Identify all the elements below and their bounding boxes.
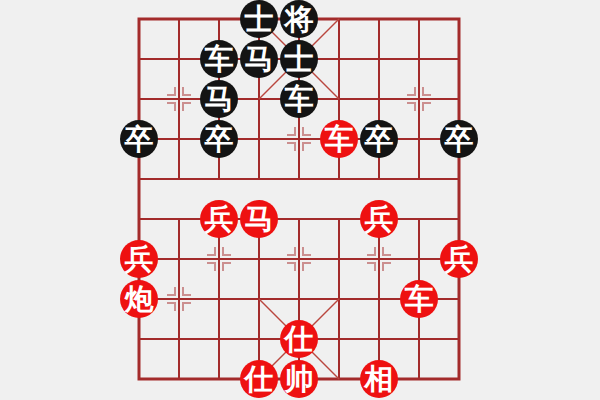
red-cannon[interactable]: 炮: [120, 280, 158, 318]
black-soldier[interactable]: 卒: [120, 120, 158, 158]
black-soldier[interactable]: 卒: [200, 120, 238, 158]
red-soldier[interactable]: 兵: [360, 200, 398, 238]
black-horse[interactable]: 马: [200, 80, 238, 118]
black-advisor[interactable]: 士: [280, 40, 318, 78]
black-soldier[interactable]: 卒: [440, 120, 478, 158]
black-chariot[interactable]: 车: [280, 80, 318, 118]
black-chariot[interactable]: 车: [200, 40, 238, 78]
red-advisor[interactable]: 仕: [280, 320, 318, 358]
red-horse[interactable]: 马: [240, 200, 278, 238]
black-soldier[interactable]: 卒: [360, 120, 398, 158]
black-general[interactable]: 将: [280, 0, 318, 38]
red-elephant[interactable]: 相: [360, 360, 398, 398]
pieces-layer: 士将车马士马车卒卒车卒卒兵马兵兵兵炮车仕仕帅相: [119, 0, 479, 399]
black-advisor[interactable]: 士: [240, 0, 278, 38]
xiangqi-board: 士将车马士马车卒卒车卒卒兵马兵兵兵炮车仕仕帅相: [0, 0, 600, 400]
red-chariot[interactable]: 车: [320, 120, 358, 158]
red-soldier[interactable]: 兵: [120, 240, 158, 278]
red-advisor[interactable]: 仕: [240, 360, 278, 398]
red-general[interactable]: 帅: [280, 360, 318, 398]
red-soldier[interactable]: 兵: [200, 200, 238, 238]
red-chariot[interactable]: 车: [400, 280, 438, 318]
black-horse[interactable]: 马: [240, 40, 278, 78]
red-soldier[interactable]: 兵: [440, 240, 478, 278]
